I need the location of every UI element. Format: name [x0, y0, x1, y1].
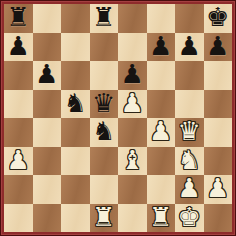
black-pawn-piece: ♟ — [35, 61, 58, 89]
square-d7[interactable] — [90, 33, 119, 62]
square-f3[interactable] — [147, 147, 176, 176]
black-knight-piece: ♞ — [64, 90, 87, 118]
square-b3[interactable] — [33, 147, 62, 176]
black-pawn-piece: ♟ — [121, 61, 144, 89]
black-king-piece: ♚ — [206, 4, 229, 32]
black-rook-piece: ♜ — [7, 4, 30, 32]
square-b5[interactable] — [33, 90, 62, 119]
square-a8[interactable]: ♜ — [4, 4, 33, 33]
square-g5[interactable] — [175, 90, 204, 119]
black-pawn-piece: ♟ — [7, 33, 30, 61]
square-e2[interactable] — [118, 175, 147, 204]
square-e8[interactable] — [118, 4, 147, 33]
white-pawn-piece: ♟ — [178, 175, 201, 203]
square-a1[interactable] — [4, 204, 33, 233]
square-d8[interactable]: ♜ — [90, 4, 119, 33]
black-queen-piece: ♛ — [92, 90, 115, 118]
square-d2[interactable] — [90, 175, 119, 204]
square-b4[interactable] — [33, 118, 62, 147]
square-f1[interactable]: ♜ — [147, 204, 176, 233]
black-rook-piece: ♜ — [92, 4, 115, 32]
square-c8[interactable] — [61, 4, 90, 33]
square-e7[interactable] — [118, 33, 147, 62]
square-g8[interactable] — [175, 4, 204, 33]
white-pawn-piece: ♟ — [7, 147, 30, 175]
white-queen-piece: ♛ — [178, 118, 201, 146]
white-rook-piece: ♜ — [149, 204, 172, 232]
square-g4[interactable]: ♛ — [175, 118, 204, 147]
square-h1[interactable] — [204, 204, 233, 233]
square-f8[interactable] — [147, 4, 176, 33]
square-e3[interactable]: ♝ — [118, 147, 147, 176]
square-f5[interactable] — [147, 90, 176, 119]
square-a4[interactable] — [4, 118, 33, 147]
square-a2[interactable] — [4, 175, 33, 204]
square-c5[interactable]: ♞ — [61, 90, 90, 119]
square-d4[interactable]: ♞ — [90, 118, 119, 147]
square-b7[interactable] — [33, 33, 62, 62]
square-a7[interactable]: ♟ — [4, 33, 33, 62]
square-h5[interactable] — [204, 90, 233, 119]
square-c4[interactable] — [61, 118, 90, 147]
square-g6[interactable] — [175, 61, 204, 90]
square-f2[interactable] — [147, 175, 176, 204]
black-knight-piece: ♞ — [92, 118, 115, 146]
black-pawn-piece: ♟ — [206, 33, 229, 61]
square-a3[interactable]: ♟ — [4, 147, 33, 176]
square-d3[interactable] — [90, 147, 119, 176]
white-rook-piece: ♜ — [92, 204, 115, 232]
square-g2[interactable]: ♟ — [175, 175, 204, 204]
white-king-piece: ♚ — [178, 204, 201, 232]
square-g3[interactable]: ♞ — [175, 147, 204, 176]
white-pawn-piece: ♟ — [206, 175, 229, 203]
square-e4[interactable] — [118, 118, 147, 147]
square-c3[interactable] — [61, 147, 90, 176]
square-g1[interactable]: ♚ — [175, 204, 204, 233]
square-f7[interactable]: ♟ — [147, 33, 176, 62]
square-d1[interactable]: ♜ — [90, 204, 119, 233]
square-a6[interactable] — [4, 61, 33, 90]
square-b6[interactable]: ♟ — [33, 61, 62, 90]
board-grid: ♜♜♚♟♟♟♟♟♟♞♛♟♞♟♛♟♝♞♟♟♜♜♚ — [4, 4, 232, 232]
square-c7[interactable] — [61, 33, 90, 62]
square-f6[interactable] — [147, 61, 176, 90]
square-e6[interactable]: ♟ — [118, 61, 147, 90]
square-e1[interactable] — [118, 204, 147, 233]
square-d5[interactable]: ♛ — [90, 90, 119, 119]
square-c2[interactable] — [61, 175, 90, 204]
chess-board: ♜♜♚♟♟♟♟♟♟♞♛♟♞♟♛♟♝♞♟♟♜♜♚ — [0, 0, 236, 236]
square-h6[interactable] — [204, 61, 233, 90]
square-b8[interactable] — [33, 4, 62, 33]
square-h3[interactable] — [204, 147, 233, 176]
square-b1[interactable] — [33, 204, 62, 233]
black-pawn-piece: ♟ — [178, 33, 201, 61]
square-e5[interactable]: ♟ — [118, 90, 147, 119]
square-a5[interactable] — [4, 90, 33, 119]
square-g7[interactable]: ♟ — [175, 33, 204, 62]
square-h8[interactable]: ♚ — [204, 4, 233, 33]
square-b2[interactable] — [33, 175, 62, 204]
black-pawn-piece: ♟ — [149, 33, 172, 61]
square-c6[interactable] — [61, 61, 90, 90]
white-pawn-piece: ♟ — [121, 90, 144, 118]
white-knight-piece: ♞ — [178, 147, 201, 175]
square-d6[interactable] — [90, 61, 119, 90]
square-h4[interactable] — [204, 118, 233, 147]
square-h2[interactable]: ♟ — [204, 175, 233, 204]
square-c1[interactable] — [61, 204, 90, 233]
white-bishop-piece: ♝ — [121, 147, 144, 175]
square-h7[interactable]: ♟ — [204, 33, 233, 62]
white-pawn-piece: ♟ — [149, 118, 172, 146]
square-f4[interactable]: ♟ — [147, 118, 176, 147]
